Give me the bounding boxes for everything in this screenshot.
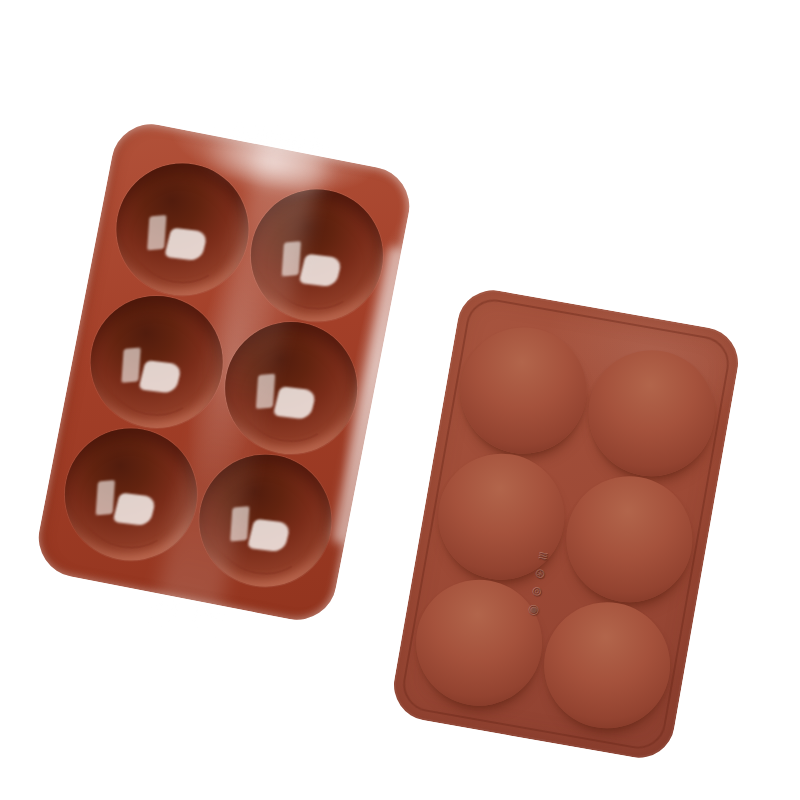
front-mold-top-view xyxy=(32,117,416,626)
cavity-inner-arc xyxy=(98,319,211,424)
cavity-inner-arc xyxy=(124,186,237,291)
mold-cavity xyxy=(79,285,234,440)
cavity-inner-arc xyxy=(259,213,372,318)
mold-cavity xyxy=(214,311,369,466)
mold-cavity xyxy=(240,178,395,333)
photo-stage: ≋⊛⊚◉ xyxy=(0,0,800,800)
back-mold-bottom-view: ≋⊛⊚◉ xyxy=(388,285,743,764)
mold-cavity xyxy=(54,417,209,572)
cavity-inner-arc xyxy=(207,478,320,583)
cavity-inner-arc xyxy=(73,451,186,556)
cavity-inner-arc xyxy=(233,345,346,450)
mold-cavity xyxy=(105,152,260,307)
mold-cavity xyxy=(188,443,343,598)
cavity-grid xyxy=(120,117,416,175)
